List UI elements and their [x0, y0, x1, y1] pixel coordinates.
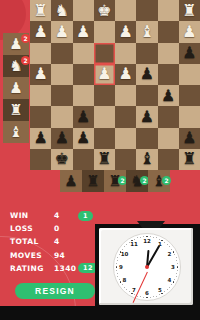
stat-value: 1340 — [54, 264, 78, 273]
clock-tick — [167, 289, 168, 290]
clock-tick — [174, 254, 175, 255]
white-pawn-piece: ♟ — [33, 66, 47, 82]
clock-tick — [173, 281, 175, 283]
white-knight-piece: ♞ — [55, 3, 69, 19]
square-r0c6[interactable] — [158, 0, 179, 21]
clock-tick — [150, 236, 151, 237]
square-r5c7[interactable] — [179, 106, 200, 127]
clock-number-8: 8 — [123, 277, 127, 283]
square-r6c7[interactable]: ♟ — [179, 128, 200, 149]
square-r3c7[interactable] — [179, 64, 200, 85]
square-r4c0[interactable] — [30, 85, 51, 106]
black-pawn-piece: ♟ — [76, 109, 90, 125]
white-rook-piece: ♜ — [182, 3, 196, 19]
captured-piece-cell: ♟ — [60, 170, 82, 192]
analog-clock: 121234567891011 — [99, 228, 193, 305]
captured-piece-cell: ♜ — [3, 99, 29, 121]
clock-tick — [137, 237, 138, 238]
square-r3c6[interactable] — [158, 64, 179, 85]
clock-number-11: 11 — [130, 241, 138, 247]
white-bishop-piece: ♝ — [9, 125, 22, 140]
captured-piece-cell: ♜ — [82, 170, 104, 192]
stat-row-rating: RATING134012 — [10, 262, 102, 275]
clock-tick — [150, 297, 151, 298]
clock-tick — [176, 276, 177, 277]
white-rook-piece: ♜ — [33, 3, 47, 19]
square-r5c2[interactable]: ♟ — [73, 106, 94, 127]
square-r0c5[interactable] — [136, 0, 157, 21]
clock-tick — [137, 296, 138, 297]
resign-button[interactable]: RESIGN — [15, 283, 95, 299]
chess-board[interactable]: ♜♞♚♜♟♟♟♟♝♟♟♟♟♟♟♟♟♟♟♟♟♟♚♜♝♜ — [30, 0, 200, 170]
clock-tick — [176, 257, 177, 258]
clock-tick — [167, 244, 168, 245]
square-r7c1[interactable]: ♚ — [51, 149, 72, 170]
clock-tick — [117, 257, 118, 258]
stat-label: MOVES — [10, 251, 54, 260]
stat-label: TOTAL — [10, 237, 54, 246]
square-r1c4[interactable]: ♟ — [115, 21, 136, 42]
square-r1c2[interactable]: ♟ — [73, 21, 94, 42]
stat-value: 0 — [54, 224, 78, 233]
square-r5c6[interactable] — [158, 106, 179, 127]
clock-tick — [140, 296, 141, 297]
black-pawn-piece: ♟ — [140, 109, 154, 125]
square-r0c0[interactable]: ♜ — [30, 0, 51, 21]
clock-number-6: 6 — [145, 290, 149, 296]
clock-center-dot — [145, 265, 149, 269]
clock-tick — [116, 263, 117, 264]
clock-tick — [164, 291, 165, 292]
clock-tick — [159, 239, 160, 240]
stat-row-moves: MOVES94 — [10, 249, 102, 262]
square-r1c5[interactable]: ♝ — [136, 21, 157, 42]
clock-tick — [120, 281, 122, 283]
captured-piece-cell: ♝2 — [148, 170, 170, 192]
white-pawn-piece: ♟ — [55, 24, 69, 40]
clock-number-9: 9 — [119, 264, 123, 270]
captured-count-badge: 2 — [21, 56, 30, 65]
white-pawn-piece: ♟ — [76, 24, 90, 40]
square-r7c7[interactable]: ♜ — [179, 149, 200, 170]
captured-piece-cell: ♞2 — [126, 170, 148, 192]
stat-row-loss: LOSS0 — [10, 222, 102, 235]
square-r3c0[interactable]: ♟ — [30, 64, 51, 85]
clock-tick — [153, 296, 154, 297]
clock-tick — [173, 251, 175, 253]
clock-tick — [177, 270, 178, 271]
white-pawn-piece: ♟ — [182, 24, 196, 40]
clock-tick — [119, 254, 120, 255]
square-r4c6[interactable]: ♟ — [158, 85, 179, 106]
bottom-black-bar — [0, 306, 200, 320]
clock-tick — [176, 273, 177, 274]
black-rook-piece: ♜ — [86, 174, 99, 189]
square-r4c7[interactable] — [179, 85, 200, 106]
white-pawn-piece: ♟ — [118, 66, 132, 82]
clock-tick — [122, 249, 123, 250]
black-bishop-piece: ♝ — [140, 151, 154, 167]
clock-tick — [164, 242, 165, 243]
square-r3c3[interactable]: ♟ — [94, 64, 115, 85]
clock-tick — [159, 294, 160, 295]
clock-tick — [117, 260, 118, 261]
clock-number-5: 5 — [158, 287, 162, 293]
square-r7c4[interactable] — [115, 149, 136, 170]
square-r4c1[interactable] — [51, 85, 72, 106]
white-pawn-piece: ♟ — [118, 24, 132, 40]
white-bishop-piece: ♝ — [140, 24, 154, 40]
clock-tick — [117, 273, 118, 274]
clock-tick — [143, 236, 144, 237]
clock-tick — [119, 279, 120, 280]
square-r6c2[interactable]: ♟ — [73, 128, 94, 149]
square-r5c3[interactable] — [94, 106, 115, 127]
clock-tick — [153, 237, 154, 238]
stat-label: LOSS — [10, 224, 54, 233]
clock-tick — [134, 239, 135, 240]
stat-value: 4 — [54, 211, 78, 220]
black-pawn-piece: ♟ — [64, 174, 77, 189]
square-r2c5[interactable] — [136, 43, 157, 64]
square-r5c0[interactable] — [30, 106, 51, 127]
stat-value: 4 — [54, 237, 78, 246]
square-r7c6[interactable] — [158, 149, 179, 170]
clock-tick — [161, 293, 163, 295]
square-r3c5[interactable]: ♟ — [136, 64, 157, 85]
clock-number-12: 12 — [143, 238, 151, 244]
square-r6c6[interactable] — [158, 128, 179, 149]
square-r2c4[interactable] — [115, 43, 136, 64]
square-r0c1[interactable]: ♞ — [51, 0, 72, 21]
square-r7c0[interactable] — [30, 149, 51, 170]
white-king-piece: ♚ — [97, 3, 111, 19]
black-pawn-piece: ♟ — [33, 130, 47, 146]
black-pawn-piece: ♟ — [161, 88, 175, 104]
clock-tick — [176, 260, 177, 261]
clock-tick — [171, 249, 172, 250]
clock-tick — [126, 289, 127, 290]
captured-count-badge: 2 — [162, 176, 171, 185]
square-r4c3[interactable] — [94, 85, 115, 106]
clock-number-4: 4 — [168, 277, 172, 283]
black-pawn-piece: ♟ — [55, 130, 69, 146]
clock-tick — [117, 276, 118, 277]
clock-number-1: 1 — [158, 241, 162, 247]
captured-piece-cell: ♝ — [3, 121, 29, 143]
captured-count-badge: 2 — [21, 34, 30, 43]
black-pawn-piece: ♟ — [182, 45, 196, 61]
stat-label: WIN — [10, 211, 54, 220]
white-pawn-piece: ♟ — [9, 81, 22, 96]
clock-tick — [122, 284, 123, 285]
stat-row-total: TOTAL4 — [10, 235, 102, 248]
captured-black-tray: ♟♜♜2♞2♝2 — [60, 170, 170, 192]
clock-tick — [156, 237, 157, 238]
clock-tick — [129, 291, 130, 292]
square-r2c1[interactable] — [51, 43, 72, 64]
square-r1c0[interactable]: ♟ — [30, 21, 51, 42]
clock-tick — [116, 270, 117, 271]
clock-tick — [171, 284, 172, 285]
white-pawn-piece: ♟ — [33, 24, 47, 40]
square-r1c6[interactable] — [158, 21, 179, 42]
clock-tick — [156, 296, 157, 297]
clock-tick — [177, 266, 179, 268]
square-r7c5[interactable]: ♝ — [136, 149, 157, 170]
stat-label: RATING — [10, 264, 54, 273]
square-r6c0[interactable]: ♟ — [30, 128, 51, 149]
black-rook-piece: ♜ — [97, 151, 111, 167]
clock-tick — [124, 246, 125, 247]
black-rook-piece: ♜ — [182, 151, 196, 167]
square-r7c2[interactable] — [73, 149, 94, 170]
white-rook-piece: ♜ — [9, 103, 22, 118]
clock-tick — [177, 263, 178, 264]
clock-tick — [169, 246, 170, 247]
square-r5c5[interactable]: ♟ — [136, 106, 157, 127]
captured-piece-cell: ♟ — [3, 77, 29, 99]
square-r3c4[interactable]: ♟ — [115, 64, 136, 85]
square-r3c2[interactable] — [73, 64, 94, 85]
black-king-piece: ♚ — [55, 151, 69, 167]
captured-piece-cell: ♜2 — [104, 170, 126, 192]
square-r2c2[interactable] — [73, 43, 94, 64]
black-pawn-piece: ♟ — [182, 130, 196, 146]
clock-number-2: 2 — [168, 251, 172, 257]
clock-tick — [140, 237, 141, 238]
square-r1c1[interactable]: ♟ — [51, 21, 72, 42]
square-r0c7[interactable]: ♜ — [179, 0, 200, 21]
clock-tick — [143, 297, 144, 298]
clock-number-3: 3 — [171, 264, 175, 270]
clock-tick — [146, 297, 148, 299]
captured-piece-cell: ♞2 — [3, 55, 29, 77]
square-r2c0[interactable] — [30, 43, 51, 64]
black-pawn-piece: ♟ — [76, 130, 90, 146]
clock-tick — [174, 279, 175, 280]
clock-number-7: 7 — [132, 287, 136, 293]
square-r4c5[interactable] — [136, 85, 157, 106]
black-pawn-piece: ♟ — [140, 66, 154, 82]
clock-tick — [131, 293, 133, 295]
stat-pill-badge: 1 — [78, 211, 93, 221]
clock-tick — [129, 242, 130, 243]
square-r6c5[interactable] — [136, 128, 157, 149]
square-r2c3[interactable] — [94, 43, 115, 64]
square-r6c4[interactable] — [115, 128, 136, 149]
clock-tick — [126, 244, 127, 245]
white-pawn-piece: ♟ — [97, 66, 111, 82]
stats-panel: WIN41LOSS0TOTAL4MOVES94RATING134012 — [10, 209, 102, 275]
square-r1c7[interactable]: ♟ — [179, 21, 200, 42]
stat-value: 94 — [54, 251, 78, 260]
captured-white-tray: ♟2♞2♟♜♝ — [3, 33, 29, 143]
square-r4c2[interactable] — [73, 85, 94, 106]
square-r7c3[interactable]: ♜ — [94, 149, 115, 170]
square-r3c1[interactable] — [51, 64, 72, 85]
clock-tick — [124, 287, 125, 288]
clock-number-10: 10 — [121, 251, 129, 257]
square-r6c3[interactable] — [94, 128, 115, 149]
square-r1c3[interactable] — [94, 21, 115, 42]
square-r2c7[interactable]: ♟ — [179, 43, 200, 64]
square-r0c4[interactable] — [115, 0, 136, 21]
clock-tick — [169, 287, 170, 288]
square-r2c6[interactable] — [158, 43, 179, 64]
square-r4c4[interactable] — [115, 85, 136, 106]
square-r5c4[interactable] — [115, 106, 136, 127]
square-r0c3[interactable]: ♚ — [94, 0, 115, 21]
square-r5c1[interactable] — [51, 106, 72, 127]
square-r0c2[interactable] — [73, 0, 94, 21]
clock-tick — [116, 266, 118, 268]
captured-piece-cell: ♟2 — [3, 33, 29, 55]
clock-face: 121234567891011 — [113, 233, 181, 301]
stat-row-win: WIN41 — [10, 209, 102, 222]
square-r6c1[interactable]: ♟ — [51, 128, 72, 149]
